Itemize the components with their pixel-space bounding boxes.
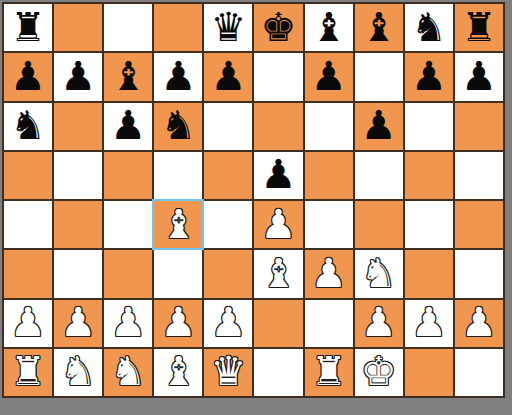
square-j3[interactable] <box>455 250 503 297</box>
square-h2[interactable]: ♟ <box>355 300 403 347</box>
chess-board: ♜♛♚♝♝♞♜♟♟♝♟♟♟♟♟♞♟♞♟♟♝♟♝♟♞♟♟♟♟♟♟♟♟♜♞♞♝♛♜♚ <box>2 2 505 398</box>
square-g3[interactable]: ♟ <box>305 250 353 297</box>
square-i1[interactable] <box>405 349 453 396</box>
white-pawn[interactable]: ♟ <box>311 253 347 293</box>
white-knight[interactable]: ♞ <box>110 351 146 391</box>
black-pawn[interactable]: ♟ <box>10 56 46 96</box>
square-b1[interactable]: ♞ <box>54 349 102 396</box>
white-rook[interactable]: ♜ <box>10 351 46 391</box>
square-j2[interactable]: ♟ <box>455 300 503 347</box>
square-i6[interactable] <box>405 103 453 150</box>
square-c6[interactable]: ♟ <box>104 103 152 150</box>
black-queen[interactable]: ♛ <box>211 7 247 47</box>
white-bishop[interactable]: ♝ <box>160 351 196 391</box>
white-bishop[interactable]: ♝ <box>261 253 297 293</box>
square-d2[interactable]: ♟ <box>154 300 202 347</box>
square-i4[interactable] <box>405 201 453 248</box>
square-b2[interactable]: ♟ <box>54 300 102 347</box>
square-c7[interactable]: ♝ <box>104 53 152 100</box>
square-b8[interactable] <box>54 4 102 51</box>
square-f8[interactable]: ♚ <box>254 4 302 51</box>
square-a2[interactable]: ♟ <box>4 300 52 347</box>
square-f3[interactable]: ♝ <box>254 250 302 297</box>
app-window: ♜♛♚♝♝♞♜♟♟♝♟♟♟♟♟♞♟♞♟♟♝♟♝♟♞♟♟♟♟♟♟♟♟♜♞♞♝♛♜♚ <box>0 0 512 415</box>
square-j1[interactable] <box>455 349 503 396</box>
square-g8[interactable]: ♝ <box>305 4 353 51</box>
square-a7[interactable]: ♟ <box>4 53 52 100</box>
white-king[interactable]: ♚ <box>361 351 397 391</box>
square-d6[interactable]: ♞ <box>154 103 202 150</box>
square-g1[interactable]: ♜ <box>305 349 353 396</box>
square-c8[interactable] <box>104 4 152 51</box>
square-g6[interactable] <box>305 103 353 150</box>
square-b7[interactable]: ♟ <box>54 53 102 100</box>
square-g7[interactable]: ♟ <box>305 53 353 100</box>
square-c1[interactable]: ♞ <box>104 349 152 396</box>
black-pawn[interactable]: ♟ <box>160 56 196 96</box>
square-a8[interactable]: ♜ <box>4 4 52 51</box>
square-d7[interactable]: ♟ <box>154 53 202 100</box>
black-bishop[interactable]: ♝ <box>361 7 397 47</box>
white-queen[interactable]: ♛ <box>211 351 247 391</box>
square-b3[interactable] <box>54 250 102 297</box>
white-pawn[interactable]: ♟ <box>261 204 297 244</box>
white-pawn[interactable]: ♟ <box>60 302 96 342</box>
black-pawn[interactable]: ♟ <box>110 105 146 145</box>
square-d1[interactable]: ♝ <box>154 349 202 396</box>
square-i7[interactable]: ♟ <box>405 53 453 100</box>
black-pawn[interactable]: ♟ <box>311 56 347 96</box>
white-pawn[interactable]: ♟ <box>211 302 247 342</box>
square-f6[interactable] <box>254 103 302 150</box>
white-knight[interactable]: ♞ <box>361 253 397 293</box>
white-knight[interactable]: ♞ <box>60 351 96 391</box>
white-pawn[interactable]: ♟ <box>361 302 397 342</box>
square-e4[interactable] <box>204 201 252 248</box>
square-h3[interactable]: ♞ <box>355 250 403 297</box>
square-g4[interactable] <box>305 201 353 248</box>
square-i2[interactable]: ♟ <box>405 300 453 347</box>
square-e5[interactable] <box>204 152 252 199</box>
black-knight[interactable]: ♞ <box>10 105 46 145</box>
black-pawn[interactable]: ♟ <box>361 105 397 145</box>
black-knight[interactable]: ♞ <box>411 7 447 47</box>
square-i5[interactable] <box>405 152 453 199</box>
square-d8[interactable] <box>154 4 202 51</box>
square-e7[interactable]: ♟ <box>204 53 252 100</box>
square-d4[interactable]: ♝ <box>154 201 202 248</box>
square-j7[interactable]: ♟ <box>455 53 503 100</box>
square-h6[interactable]: ♟ <box>355 103 403 150</box>
square-f5[interactable]: ♟ <box>254 152 302 199</box>
square-j8[interactable]: ♜ <box>455 4 503 51</box>
square-a6[interactable]: ♞ <box>4 103 52 150</box>
square-d3[interactable] <box>154 250 202 297</box>
square-i8[interactable]: ♞ <box>405 4 453 51</box>
square-f4[interactable]: ♟ <box>254 201 302 248</box>
black-pawn[interactable]: ♟ <box>211 56 247 96</box>
square-c5[interactable] <box>104 152 152 199</box>
square-c2[interactable]: ♟ <box>104 300 152 347</box>
square-b4[interactable] <box>54 201 102 248</box>
square-j5[interactable] <box>455 152 503 199</box>
square-e3[interactable] <box>204 250 252 297</box>
square-c3[interactable] <box>104 250 152 297</box>
white-pawn[interactable]: ♟ <box>10 302 46 342</box>
white-pawn[interactable]: ♟ <box>160 302 196 342</box>
black-knight[interactable]: ♞ <box>160 105 196 145</box>
square-f1[interactable] <box>254 349 302 396</box>
square-f7[interactable] <box>254 53 302 100</box>
square-h8[interactable]: ♝ <box>355 4 403 51</box>
square-b5[interactable] <box>54 152 102 199</box>
black-pawn[interactable]: ♟ <box>261 154 297 194</box>
square-e8[interactable]: ♛ <box>204 4 252 51</box>
square-b6[interactable] <box>54 103 102 150</box>
square-a1[interactable]: ♜ <box>4 349 52 396</box>
black-bishop[interactable]: ♝ <box>110 56 146 96</box>
square-j6[interactable] <box>455 103 503 150</box>
square-h4[interactable] <box>355 201 403 248</box>
square-j4[interactable] <box>455 201 503 248</box>
square-a5[interactable] <box>4 152 52 199</box>
white-pawn[interactable]: ♟ <box>411 302 447 342</box>
black-king[interactable]: ♚ <box>261 7 297 47</box>
square-g2[interactable] <box>305 300 353 347</box>
black-pawn[interactable]: ♟ <box>461 56 497 96</box>
square-h1[interactable]: ♚ <box>355 349 403 396</box>
square-e1[interactable]: ♛ <box>204 349 252 396</box>
square-e2[interactable]: ♟ <box>204 300 252 347</box>
square-c4[interactable] <box>104 201 152 248</box>
square-i3[interactable] <box>405 250 453 297</box>
black-pawn[interactable]: ♟ <box>411 56 447 96</box>
square-e6[interactable] <box>204 103 252 150</box>
square-h5[interactable] <box>355 152 403 199</box>
white-rook[interactable]: ♜ <box>311 351 347 391</box>
black-pawn[interactable]: ♟ <box>60 56 96 96</box>
square-d5[interactable] <box>154 152 202 199</box>
square-a4[interactable] <box>4 201 52 248</box>
square-g5[interactable] <box>305 152 353 199</box>
black-rook[interactable]: ♜ <box>10 7 46 47</box>
square-a3[interactable] <box>4 250 52 297</box>
square-f2[interactable] <box>254 300 302 347</box>
white-pawn[interactable]: ♟ <box>461 302 497 342</box>
white-pawn[interactable]: ♟ <box>110 302 146 342</box>
white-bishop[interactable]: ♝ <box>160 204 196 244</box>
square-h7[interactable] <box>355 53 403 100</box>
black-rook[interactable]: ♜ <box>461 7 497 47</box>
black-bishop[interactable]: ♝ <box>311 7 347 47</box>
